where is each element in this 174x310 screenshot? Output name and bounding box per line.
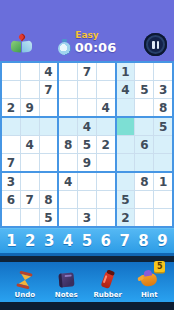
sudoku-cell-r6c2[interactable] — [21, 154, 39, 171]
sudoku-box: 43 — [59, 173, 114, 226]
sudoku-cell-r3c6[interactable]: 4 — [97, 99, 115, 116]
eraser-icon — [103, 271, 112, 289]
numpad-3[interactable]: 3 — [44, 234, 54, 249]
sudoku-cell-r8c5[interactable] — [78, 191, 96, 208]
sudoku-cell-r5c3[interactable] — [40, 136, 58, 153]
sudoku-cell-r5c6[interactable]: 2 — [97, 136, 115, 153]
sudoku-cell-r3c7[interactable] — [117, 99, 135, 116]
sudoku-cell-r4c2[interactable] — [21, 118, 39, 135]
sudoku-cell-r2c2[interactable] — [21, 81, 39, 98]
sudoku-cell-r9c6[interactable] — [97, 209, 115, 226]
sudoku-box: 14538 — [117, 63, 172, 116]
sudoku-cell-r1c7[interactable]: 1 — [117, 63, 135, 80]
undo-button[interactable]: Undo — [6, 271, 44, 299]
sudoku-cell-r6c7[interactable] — [117, 154, 135, 171]
sudoku-cell-r3c8[interactable] — [135, 99, 153, 116]
magic-lamp-icon — [141, 271, 157, 289]
sudoku-box: 47 — [2, 118, 57, 171]
undo-label: Undo — [15, 291, 36, 299]
numpad-4[interactable]: 4 — [63, 234, 73, 249]
sudoku-cell-r5c4[interactable]: 8 — [59, 136, 77, 153]
sudoku-cell-r6c1[interactable]: 7 — [2, 154, 20, 171]
sudoku-cell-r7c2[interactable] — [21, 173, 39, 190]
sudoku-cell-r1c6[interactable] — [97, 63, 115, 80]
sudoku-cell-r4c8[interactable] — [135, 118, 153, 135]
numpad-9[interactable]: 9 — [157, 234, 167, 249]
sudoku-cell-r5c9[interactable] — [154, 136, 172, 153]
numpad-1[interactable]: 1 — [6, 234, 16, 249]
sudoku-cell-r2c3[interactable]: 7 — [40, 81, 58, 98]
notebook-icon — [59, 271, 74, 289]
toolbar: Undo Notes Rubber 5 Hint — [0, 262, 174, 302]
sudoku-cell-r3c2[interactable]: 9 — [21, 99, 39, 116]
stopwatch-icon — [58, 42, 71, 55]
sudoku-cell-r7c7[interactable] — [117, 173, 135, 190]
numpad-7[interactable]: 7 — [119, 234, 129, 249]
hourglass-icon — [18, 271, 31, 289]
sudoku-box: 4729 — [2, 63, 57, 116]
sudoku-cell-r9c7[interactable]: 2 — [117, 209, 135, 226]
sudoku-cell-r5c1[interactable] — [2, 136, 20, 153]
sudoku-cell-r2c7[interactable]: 4 — [117, 81, 135, 98]
sudoku-cell-r4c4[interactable] — [59, 118, 77, 135]
sudoku-cell-r8c9[interactable] — [154, 191, 172, 208]
bottom-bar — [0, 302, 174, 310]
sudoku-cell-r6c5[interactable]: 9 — [78, 154, 96, 171]
sudoku-cell-r8c4[interactable] — [59, 191, 77, 208]
sudoku-cell-r7c1[interactable]: 3 — [2, 173, 20, 190]
pause-icon — [157, 41, 160, 49]
hint-button[interactable]: 5 Hint — [130, 271, 168, 299]
sudoku-cell-r9c8[interactable] — [135, 209, 153, 226]
sudoku-cell-r5c8[interactable]: 6 — [135, 136, 153, 153]
sudoku-cell-r1c3[interactable]: 4 — [40, 63, 58, 80]
sudoku-cell-r3c3[interactable] — [40, 99, 58, 116]
sudoku-cell-r6c3[interactable] — [40, 154, 58, 171]
sudoku-cell-r9c5[interactable]: 3 — [78, 209, 96, 226]
sudoku-cell-r8c2[interactable]: 7 — [21, 191, 39, 208]
sudoku-box: 56 — [117, 118, 172, 171]
sudoku-cell-r2c1[interactable] — [2, 81, 20, 98]
sudoku-cell-r8c6[interactable] — [97, 191, 115, 208]
sudoku-cell-r7c5[interactable] — [78, 173, 96, 190]
sudoku-cell-r2c9[interactable]: 3 — [154, 81, 172, 98]
sudoku-cell-r8c8[interactable] — [135, 191, 153, 208]
sudoku-board: 4729741453847485295636785438152 — [0, 61, 174, 228]
hint-count-badge: 5 — [154, 261, 165, 272]
sudoku-cell-r8c7[interactable]: 5 — [117, 191, 135, 208]
sudoku-cell-r9c9[interactable] — [154, 209, 172, 226]
header: Easy 00:06 — [0, 0, 174, 61]
sudoku-cell-r8c1[interactable]: 6 — [2, 191, 20, 208]
sudoku-cell-r2c5[interactable] — [78, 81, 96, 98]
sudoku-cell-r4c5[interactable]: 4 — [78, 118, 96, 135]
sudoku-cell-r6c4[interactable] — [59, 154, 77, 171]
timer-value: 00:06 — [75, 41, 116, 55]
sudoku-box: 48529 — [59, 118, 114, 171]
sudoku-cell-r9c3[interactable]: 5 — [40, 209, 58, 226]
sudoku-cell-r7c6[interactable] — [97, 173, 115, 190]
notes-label: Notes — [55, 291, 78, 299]
sudoku-cell-r4c7[interactable] — [117, 118, 135, 135]
sudoku-cell-r7c9[interactable]: 1 — [154, 173, 172, 190]
sudoku-cell-r2c6[interactable] — [97, 81, 115, 98]
sudoku-cell-r5c7[interactable] — [117, 136, 135, 153]
sudoku-cell-r9c1[interactable] — [2, 209, 20, 226]
sudoku-cell-r7c4[interactable]: 4 — [59, 173, 77, 190]
rubber-label: Rubber — [93, 291, 122, 299]
sudoku-cell-r5c2[interactable]: 4 — [21, 136, 39, 153]
sudoku-cell-r4c1[interactable] — [2, 118, 20, 135]
sudoku-cell-r1c9[interactable] — [154, 63, 172, 80]
sudoku-cell-r2c4[interactable] — [59, 81, 77, 98]
sudoku-cell-r4c3[interactable] — [40, 118, 58, 135]
rubber-button[interactable]: Rubber — [89, 271, 127, 299]
numpad-5[interactable]: 5 — [82, 234, 92, 249]
sudoku-box: 74 — [59, 63, 114, 116]
sudoku-cell-r8c3[interactable]: 8 — [40, 191, 58, 208]
sudoku-cell-r7c8[interactable]: 8 — [135, 173, 153, 190]
sudoku-cell-r1c2[interactable] — [21, 63, 39, 80]
sudoku-cell-r1c1[interactable] — [2, 63, 20, 80]
notes-button[interactable]: Notes — [47, 271, 85, 299]
sudoku-cell-r7c3[interactable] — [40, 173, 58, 190]
sudoku-cell-r6c8[interactable] — [135, 154, 153, 171]
timer-row: 00:06 — [58, 41, 116, 55]
sudoku-app: Easy 00:06 47297414538474852956367854381… — [0, 0, 174, 310]
sudoku-cell-r3c9[interactable]: 8 — [154, 99, 172, 116]
sudoku-cell-r9c2[interactable] — [21, 209, 39, 226]
sudoku-cell-r3c1[interactable]: 2 — [2, 99, 20, 116]
sudoku-cell-r3c5[interactable] — [78, 99, 96, 116]
sudoku-cell-r3c4[interactable] — [59, 99, 77, 116]
sudoku-cell-r1c5[interactable]: 7 — [78, 63, 96, 80]
pause-icon — [152, 41, 155, 49]
sudoku-cell-r6c9[interactable] — [154, 154, 172, 171]
numpad-6[interactable]: 6 — [101, 234, 111, 249]
sudoku-box: 36785 — [2, 173, 57, 226]
sudoku-cell-r2c8[interactable]: 5 — [135, 81, 153, 98]
sudoku-box: 8152 — [117, 173, 172, 226]
pause-button[interactable] — [144, 33, 167, 56]
hint-label: Hint — [141, 291, 158, 299]
sudoku-cell-r5c5[interactable]: 5 — [78, 136, 96, 153]
sudoku-cell-r4c9[interactable]: 5 — [154, 118, 172, 135]
number-pad: 123456789 — [0, 228, 174, 256]
difficulty-label: Easy — [75, 30, 98, 40]
numpad-8[interactable]: 8 — [138, 234, 148, 249]
sudoku-cell-r4c6[interactable] — [97, 118, 115, 135]
sudoku-cell-r1c8[interactable] — [135, 63, 153, 80]
sudoku-cell-r9c4[interactable] — [59, 209, 77, 226]
sudoku-cell-r6c6[interactable] — [97, 154, 115, 171]
sudoku-cell-r1c4[interactable] — [59, 63, 77, 80]
numpad-2[interactable]: 2 — [25, 234, 35, 249]
